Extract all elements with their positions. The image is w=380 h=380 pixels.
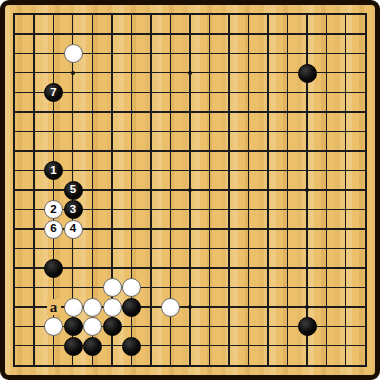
white-stone [83, 298, 102, 317]
board-surface[interactable]: a7152364 [5, 5, 375, 375]
black-stone [122, 337, 141, 356]
white-stone [64, 298, 83, 317]
black-stone [298, 317, 317, 336]
point-label-a: a [47, 299, 61, 315]
star-point [305, 188, 310, 193]
black-stone [83, 337, 102, 356]
white-stone-move-2: 2 [44, 200, 63, 219]
black-stone [122, 298, 141, 317]
star-point [188, 71, 193, 76]
star-point [71, 71, 76, 76]
white-stone [122, 278, 141, 297]
black-stone [64, 317, 83, 336]
white-stone [44, 317, 63, 336]
white-stone-move-4: 4 [64, 220, 83, 239]
black-stone-move-7: 7 [44, 83, 63, 102]
white-stone-move-6: 6 [44, 220, 63, 239]
black-stone-move-5: 5 [64, 181, 83, 200]
black-stone-move-3: 3 [64, 200, 83, 219]
star-point [188, 188, 193, 193]
go-board: a7152364 [0, 0, 380, 380]
black-stone-move-1: 1 [44, 161, 63, 180]
white-stone [64, 44, 83, 63]
black-stone [44, 259, 63, 278]
black-stone [298, 64, 317, 83]
stones-layer: a7152364 [5, 5, 375, 375]
black-stone [103, 317, 122, 336]
white-stone [103, 278, 122, 297]
white-stone [103, 298, 122, 317]
star-point [305, 305, 310, 310]
star-point [188, 305, 193, 310]
white-stone [83, 317, 102, 336]
black-stone [64, 337, 83, 356]
white-stone [161, 298, 180, 317]
